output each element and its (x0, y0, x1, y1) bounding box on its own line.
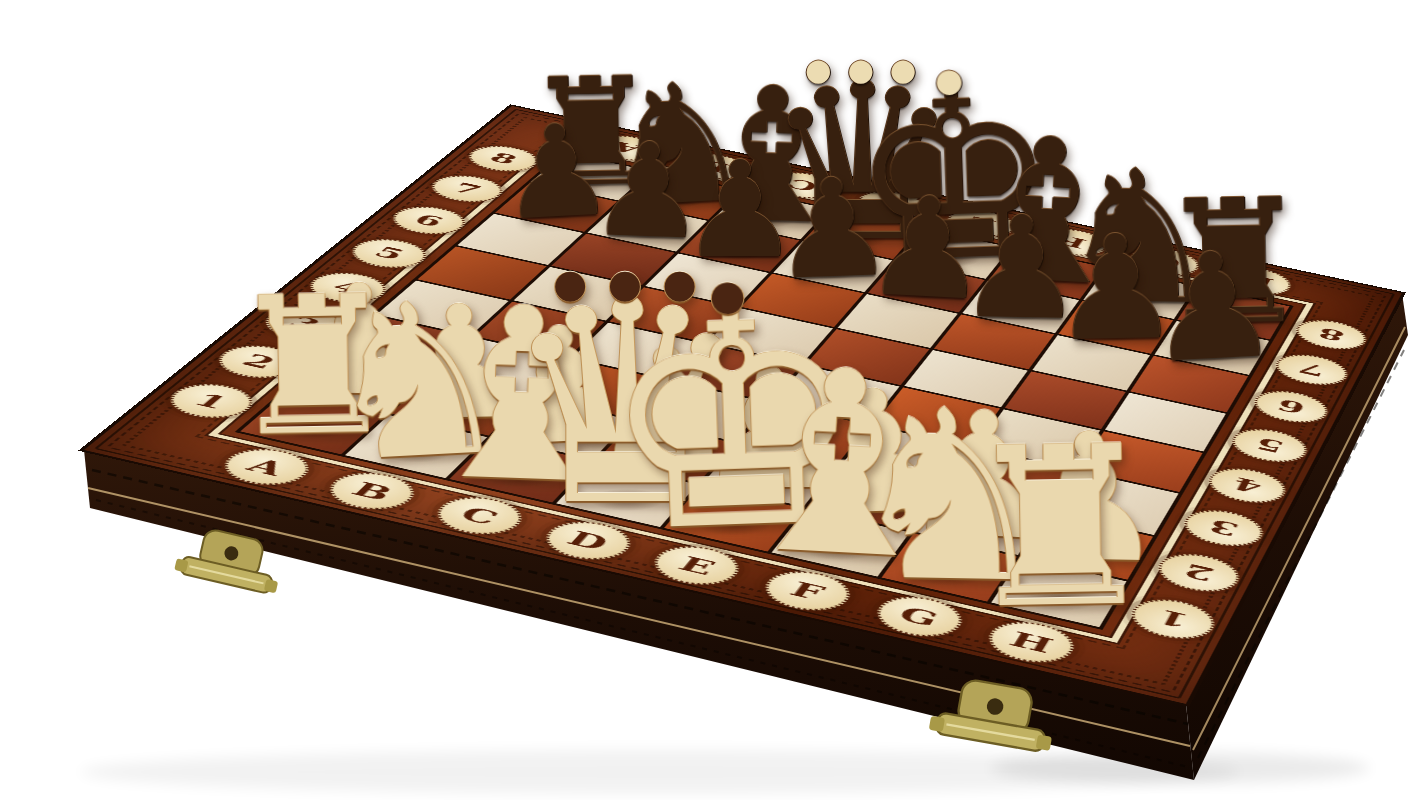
piece-black-pawn[interactable]: ♟ (1143, 231, 1282, 385)
pieces-layer: ♜♞♟♝♟♛● ● ●♟♚●♟♝♟♞♟♜♟♟♟♟♜♟♞♟♝♟♛● ● ●♟♚●♟… (0, 0, 1420, 800)
black-pawn-glyph: ♟ (1143, 231, 1282, 385)
white-rook-glyph: ♜ (959, 416, 1160, 639)
crown-finial: ● (934, 64, 966, 97)
piece-white-rook[interactable]: ♜ (959, 416, 1160, 639)
chess-set-photo: AABBCCDDEEFFGGHH1122334455667788 ♜♞♟♝♟♛●… (0, 0, 1420, 800)
